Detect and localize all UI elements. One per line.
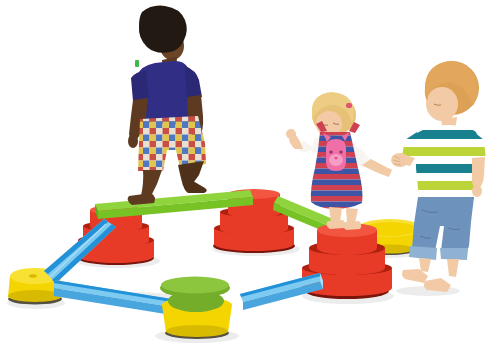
stone-tier	[214, 237, 294, 251]
stone-tier	[317, 241, 377, 255]
jeans-cuff	[440, 248, 468, 260]
leg	[329, 207, 342, 222]
stone-side	[8, 290, 62, 302]
hair	[139, 6, 187, 53]
stone-tier	[220, 223, 288, 235]
photo-scene	[0, 0, 500, 358]
scene-svg	[0, 0, 500, 358]
face	[426, 87, 458, 121]
stone-top-hole	[29, 274, 37, 278]
jeans	[412, 197, 474, 252]
cat-eye	[339, 150, 342, 153]
foot	[343, 221, 361, 230]
hand	[472, 185, 482, 197]
tshirt-sleeve	[131, 71, 149, 101]
spinner-disc	[161, 277, 229, 294]
foot	[326, 220, 345, 229]
stone-tier	[309, 261, 385, 275]
striped-tshirt	[415, 125, 480, 199]
stone-spinner	[160, 277, 232, 340]
stone-tier	[228, 208, 280, 218]
cat-eye	[329, 150, 332, 153]
stone-side	[166, 325, 228, 337]
shirt-logo	[135, 60, 139, 67]
hair-clip	[346, 103, 352, 108]
hand	[286, 129, 296, 139]
hand	[128, 134, 138, 148]
